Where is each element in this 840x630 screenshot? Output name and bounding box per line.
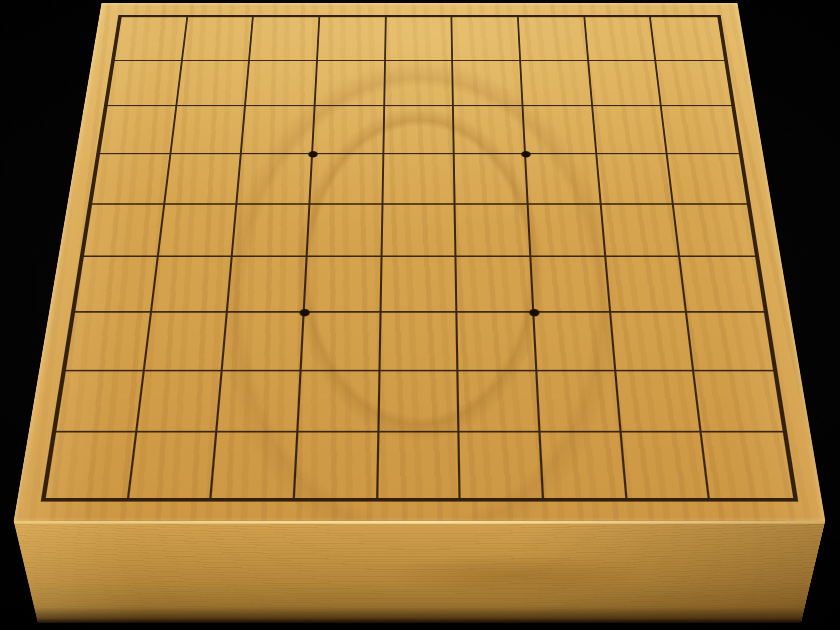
board-square[interactable] bbox=[687, 313, 773, 371]
board-square[interactable] bbox=[250, 17, 320, 61]
board-front-face bbox=[14, 521, 826, 623]
board-square[interactable] bbox=[695, 371, 783, 433]
board-square[interactable] bbox=[601, 204, 680, 257]
board-square[interactable] bbox=[621, 433, 710, 498]
board-square[interactable] bbox=[455, 154, 529, 204]
board-square[interactable] bbox=[382, 204, 457, 257]
star-point-marker bbox=[299, 309, 310, 317]
board-square[interactable] bbox=[152, 257, 233, 312]
board-square[interactable] bbox=[519, 17, 589, 61]
board-square[interactable] bbox=[385, 61, 454, 107]
board-square[interactable] bbox=[589, 61, 662, 107]
board-square[interactable] bbox=[651, 17, 724, 61]
board-square[interactable] bbox=[657, 61, 732, 107]
board-square[interactable] bbox=[386, 17, 454, 61]
board-square[interactable] bbox=[681, 257, 764, 312]
board-square[interactable] bbox=[302, 313, 382, 371]
board-square[interactable] bbox=[611, 313, 695, 371]
board-square[interactable] bbox=[158, 204, 237, 257]
board-square[interactable] bbox=[177, 61, 250, 107]
board-square[interactable] bbox=[100, 106, 177, 154]
board-square[interactable] bbox=[454, 106, 526, 154]
board-square[interactable] bbox=[313, 106, 385, 154]
board-square[interactable] bbox=[308, 204, 384, 257]
board-square[interactable] bbox=[238, 154, 313, 204]
board-square[interactable] bbox=[616, 371, 702, 433]
board-square[interactable] bbox=[129, 433, 218, 498]
board-square[interactable] bbox=[537, 371, 621, 433]
star-point-marker bbox=[529, 309, 540, 317]
board-square[interactable] bbox=[459, 371, 541, 433]
board-square[interactable] bbox=[66, 313, 152, 371]
board-square[interactable] bbox=[218, 371, 302, 433]
board-square[interactable] bbox=[458, 313, 538, 371]
board-square[interactable] bbox=[182, 17, 254, 61]
board-grid bbox=[41, 15, 799, 502]
board-square[interactable] bbox=[383, 154, 456, 204]
board-square[interactable] bbox=[460, 433, 544, 498]
board-square[interactable] bbox=[606, 257, 687, 312]
board-square[interactable] bbox=[92, 154, 171, 204]
board-square[interactable] bbox=[165, 154, 242, 204]
board-square[interactable] bbox=[521, 61, 593, 107]
board-square[interactable] bbox=[233, 204, 310, 257]
board-square[interactable] bbox=[316, 61, 386, 107]
board-square[interactable] bbox=[597, 154, 674, 204]
star-point-marker bbox=[521, 151, 531, 158]
board-square[interactable] bbox=[144, 313, 228, 371]
board-square[interactable] bbox=[541, 433, 627, 498]
board-square[interactable] bbox=[75, 257, 158, 312]
board-square[interactable] bbox=[108, 61, 183, 107]
board-square[interactable] bbox=[593, 106, 668, 154]
board-square[interactable] bbox=[384, 106, 455, 154]
board-square[interactable] bbox=[523, 106, 597, 154]
board-square[interactable] bbox=[453, 61, 523, 107]
board-square[interactable] bbox=[529, 204, 606, 257]
board-square[interactable] bbox=[115, 17, 188, 61]
board-square[interactable] bbox=[702, 433, 793, 498]
board-square[interactable] bbox=[228, 257, 307, 312]
board-square[interactable] bbox=[56, 371, 144, 433]
board-square[interactable] bbox=[137, 371, 223, 433]
board-square[interactable] bbox=[531, 257, 610, 312]
board-square[interactable] bbox=[453, 17, 521, 61]
board-square[interactable] bbox=[295, 433, 379, 498]
board-square[interactable] bbox=[305, 257, 383, 312]
photo-background bbox=[0, 0, 840, 630]
board-square[interactable] bbox=[379, 371, 460, 433]
board-square[interactable] bbox=[526, 154, 601, 204]
board-square[interactable] bbox=[318, 17, 386, 61]
board-square[interactable] bbox=[380, 313, 459, 371]
board-square[interactable] bbox=[381, 257, 458, 312]
board-square[interactable] bbox=[310, 154, 384, 204]
board-square[interactable] bbox=[534, 313, 616, 371]
board-square[interactable] bbox=[242, 106, 315, 154]
board-square[interactable] bbox=[171, 106, 246, 154]
board-square[interactable] bbox=[378, 433, 461, 498]
board-top-face bbox=[14, 3, 826, 521]
shogi-board bbox=[14, 3, 826, 521]
board-square[interactable] bbox=[457, 257, 535, 312]
board-square[interactable] bbox=[84, 204, 165, 257]
board-square[interactable] bbox=[246, 61, 318, 107]
board-square[interactable] bbox=[585, 17, 657, 61]
board-square[interactable] bbox=[223, 313, 305, 371]
board-square[interactable] bbox=[456, 204, 532, 257]
board-square[interactable] bbox=[662, 106, 739, 154]
board-square[interactable] bbox=[212, 433, 298, 498]
board-square[interactable] bbox=[298, 371, 380, 433]
board-square[interactable] bbox=[668, 154, 747, 204]
board-square[interactable] bbox=[674, 204, 755, 257]
board-square[interactable] bbox=[46, 433, 137, 498]
